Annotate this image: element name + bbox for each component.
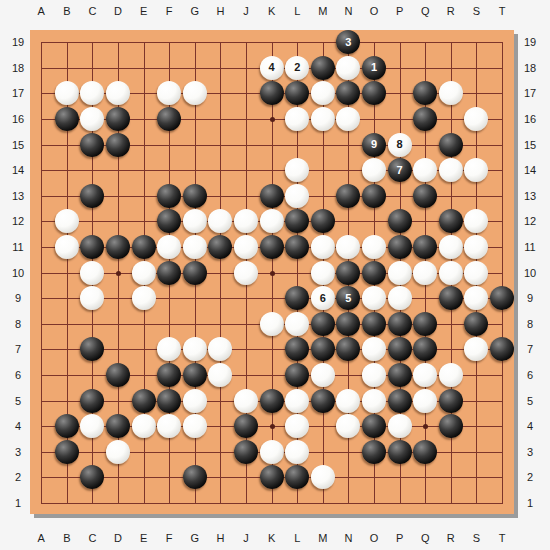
black-stone-K17 <box>260 81 284 105</box>
coordinate-left: 16 <box>7 112 29 126</box>
black-stone-O10 <box>362 261 386 285</box>
black-stone-R9 <box>439 286 463 310</box>
white-stone-K12 <box>260 209 284 233</box>
black-stone-P14: 7 <box>388 158 412 182</box>
white-stone-R11 <box>439 235 463 259</box>
black-stone-C15 <box>80 133 104 157</box>
coordinate-bottom: E <box>133 531 155 545</box>
black-stone-F13 <box>157 184 181 208</box>
white-stone-C10 <box>80 261 104 285</box>
coordinate-right: 17 <box>519 86 541 100</box>
black-stone-C5 <box>80 389 104 413</box>
white-stone-P9 <box>388 286 412 310</box>
black-stone-R5 <box>439 389 463 413</box>
black-stone-D4 <box>106 414 130 438</box>
white-stone-M9: 6 <box>311 286 335 310</box>
coordinate-left: 7 <box>7 342 29 356</box>
coordinate-left: 17 <box>7 86 29 100</box>
black-stone-L6 <box>285 363 309 387</box>
white-stone-F11 <box>157 235 181 259</box>
white-stone-L5 <box>285 389 309 413</box>
coordinate-bottom: A <box>30 531 52 545</box>
black-stone-L11 <box>285 235 309 259</box>
grid-line-horizontal <box>41 298 503 299</box>
coordinate-top: G <box>184 4 206 18</box>
coordinate-right: 4 <box>519 419 541 433</box>
black-stone-D16 <box>106 107 130 131</box>
coordinate-right: 8 <box>519 317 541 331</box>
white-stone-M11 <box>311 235 335 259</box>
coordinate-bottom: F <box>158 531 180 545</box>
coordinate-right: 9 <box>519 291 541 305</box>
black-stone-J3 <box>234 440 258 464</box>
coordinate-left: 8 <box>7 317 29 331</box>
coordinate-right: 19 <box>519 35 541 49</box>
white-stone-N5 <box>336 389 360 413</box>
white-stone-K3 <box>260 440 284 464</box>
coordinate-right: 18 <box>519 61 541 75</box>
white-stone-P4 <box>388 414 412 438</box>
black-stone-F6 <box>157 363 181 387</box>
black-stone-F10 <box>157 261 181 285</box>
coordinate-left: 6 <box>7 368 29 382</box>
white-stone-L18: 2 <box>285 56 309 80</box>
white-stone-P15: 8 <box>388 133 412 157</box>
coordinate-left: 3 <box>7 445 29 459</box>
coordinate-left: 13 <box>7 189 29 203</box>
black-stone-J4 <box>234 414 258 438</box>
coordinate-right: 7 <box>519 342 541 356</box>
coordinate-bottom: H <box>209 531 231 545</box>
coordinate-left: 4 <box>7 419 29 433</box>
black-stone-G10 <box>183 261 207 285</box>
white-stone-E9 <box>132 286 156 310</box>
black-stone-O3 <box>362 440 386 464</box>
star-point <box>270 271 275 276</box>
white-stone-L8 <box>285 312 309 336</box>
white-stone-L3 <box>285 440 309 464</box>
coordinate-top: S <box>465 4 487 18</box>
black-stone-O15: 9 <box>362 133 386 157</box>
white-stone-M16 <box>311 107 335 131</box>
black-stone-F16 <box>157 107 181 131</box>
white-stone-M6 <box>311 363 335 387</box>
black-stone-M8 <box>311 312 335 336</box>
coordinate-top: A <box>30 4 52 18</box>
coordinate-top: F <box>158 4 180 18</box>
coordinate-top: K <box>261 4 283 18</box>
coordinate-right: 5 <box>519 394 541 408</box>
coordinate-bottom: G <box>184 531 206 545</box>
coordinate-right: 16 <box>519 112 541 126</box>
coordinate-top: E <box>133 4 155 18</box>
move-number: 2 <box>294 62 300 73</box>
white-stone-O11 <box>362 235 386 259</box>
coordinate-bottom: J <box>235 531 257 545</box>
move-number: 3 <box>345 37 351 48</box>
black-stone-P5 <box>388 389 412 413</box>
coordinate-bottom: L <box>286 531 308 545</box>
move-number: 1 <box>371 62 377 73</box>
coordinate-top: P <box>389 4 411 18</box>
coordinate-left: 12 <box>7 214 29 228</box>
black-stone-P3 <box>388 440 412 464</box>
go-diagram: AA1919BB1818CC1717DD1616EE1515FF1414GG13… <box>0 0 550 550</box>
white-stone-O5 <box>362 389 386 413</box>
white-stone-K8 <box>260 312 284 336</box>
black-stone-Q3 <box>413 440 437 464</box>
white-stone-L13 <box>285 184 309 208</box>
coordinate-top: R <box>440 4 462 18</box>
coordinate-left: 5 <box>7 394 29 408</box>
coordinate-top: H <box>209 4 231 18</box>
coordinate-right: 15 <box>519 138 541 152</box>
coordinate-bottom: S <box>465 531 487 545</box>
coordinate-top: M <box>312 4 334 18</box>
coordinate-left: 15 <box>7 138 29 152</box>
coordinate-right: 10 <box>519 266 541 280</box>
white-stone-G5 <box>183 389 207 413</box>
grid-line-horizontal <box>41 503 503 504</box>
coordinate-left: 2 <box>7 470 29 484</box>
coordinate-right: 12 <box>519 214 541 228</box>
black-stone-P11 <box>388 235 412 259</box>
black-stone-E5 <box>132 389 156 413</box>
coordinate-left: 18 <box>7 61 29 75</box>
coordinate-left: 1 <box>7 496 29 510</box>
coordinate-top: D <box>107 4 129 18</box>
white-stone-L16 <box>285 107 309 131</box>
move-number: 8 <box>397 139 403 150</box>
black-stone-R15 <box>439 133 463 157</box>
move-number: 5 <box>345 293 351 304</box>
move-number: 7 <box>397 165 403 176</box>
black-stone-B4 <box>55 414 79 438</box>
black-stone-K5 <box>260 389 284 413</box>
coordinate-bottom: D <box>107 531 129 545</box>
black-stone-Q16 <box>413 107 437 131</box>
black-stone-P7 <box>388 337 412 361</box>
black-stone-D11 <box>106 235 130 259</box>
coordinate-top: J <box>235 4 257 18</box>
black-stone-P8 <box>388 312 412 336</box>
white-stone-D3 <box>106 440 130 464</box>
black-stone-Q8 <box>413 312 437 336</box>
black-stone-E11 <box>132 235 156 259</box>
white-stone-O6 <box>362 363 386 387</box>
coordinate-bottom: K <box>261 531 283 545</box>
white-stone-P10 <box>388 261 412 285</box>
white-stone-J10 <box>234 261 258 285</box>
black-stone-O4 <box>362 414 386 438</box>
star-point <box>423 424 428 429</box>
coordinate-right: 6 <box>519 368 541 382</box>
white-stone-J11 <box>234 235 258 259</box>
coordinate-right: 2 <box>519 470 541 484</box>
coordinate-right: 1 <box>519 496 541 510</box>
coordinate-top: T <box>491 4 513 18</box>
black-stone-P12 <box>388 209 412 233</box>
black-stone-G6 <box>183 363 207 387</box>
move-number: 9 <box>371 139 377 150</box>
coordinate-top: C <box>81 4 103 18</box>
black-stone-B3 <box>55 440 79 464</box>
coordinate-bottom: B <box>56 531 78 545</box>
white-stone-Q5 <box>413 389 437 413</box>
coordinate-bottom: N <box>337 531 359 545</box>
black-stone-D15 <box>106 133 130 157</box>
coordinate-right: 3 <box>519 445 541 459</box>
coordinate-right: 13 <box>519 189 541 203</box>
black-stone-O8 <box>362 312 386 336</box>
white-stone-E10 <box>132 261 156 285</box>
coordinate-left: 14 <box>7 163 29 177</box>
black-stone-Q11 <box>413 235 437 259</box>
white-stone-E4 <box>132 414 156 438</box>
black-stone-Q13 <box>413 184 437 208</box>
black-stone-N10 <box>336 261 360 285</box>
coordinate-right: 11 <box>519 240 541 254</box>
white-stone-S10 <box>464 261 488 285</box>
black-stone-M18 <box>311 56 335 80</box>
coordinate-left: 9 <box>7 291 29 305</box>
grid-line-vertical <box>502 42 503 504</box>
black-stone-K2 <box>260 465 284 489</box>
white-stone-R14 <box>439 158 463 182</box>
move-number: 4 <box>269 62 275 73</box>
coordinate-left: 10 <box>7 266 29 280</box>
white-stone-K18: 4 <box>260 56 284 80</box>
white-stone-R10 <box>439 261 463 285</box>
coordinate-left: 11 <box>7 240 29 254</box>
coordinate-top: Q <box>414 4 436 18</box>
white-stone-M10 <box>311 261 335 285</box>
coordinate-top: B <box>56 4 78 18</box>
coordinate-bottom: T <box>491 531 513 545</box>
star-point <box>116 271 121 276</box>
white-stone-J5 <box>234 389 258 413</box>
coordinate-top: L <box>286 4 308 18</box>
black-stone-O13 <box>362 184 386 208</box>
white-stone-O14 <box>362 158 386 182</box>
coordinate-left: 19 <box>7 35 29 49</box>
coordinate-bottom: Q <box>414 531 436 545</box>
star-point <box>270 424 275 429</box>
black-stone-P6 <box>388 363 412 387</box>
black-stone-G13 <box>183 184 207 208</box>
coordinate-right: 14 <box>519 163 541 177</box>
coordinate-top: N <box>337 4 359 18</box>
black-stone-R4 <box>439 414 463 438</box>
black-stone-D6 <box>106 363 130 387</box>
black-stone-F5 <box>157 389 181 413</box>
white-stone-B11 <box>55 235 79 259</box>
black-stone-M5 <box>311 389 335 413</box>
coordinate-bottom: P <box>389 531 411 545</box>
white-stone-Q10 <box>413 261 437 285</box>
star-point <box>270 117 275 122</box>
coordinate-bottom: O <box>363 531 385 545</box>
coordinate-bottom: R <box>440 531 462 545</box>
coordinate-bottom: C <box>81 531 103 545</box>
white-stone-G11 <box>183 235 207 259</box>
black-stone-K13 <box>260 184 284 208</box>
white-stone-Q6 <box>413 363 437 387</box>
black-stone-B16 <box>55 107 79 131</box>
white-stone-G4 <box>183 414 207 438</box>
coordinate-bottom: M <box>312 531 334 545</box>
black-stone-K11 <box>260 235 284 259</box>
coordinate-top: O <box>363 4 385 18</box>
move-number: 6 <box>320 293 326 304</box>
black-stone-O18: 1 <box>362 56 386 80</box>
white-stone-R6 <box>439 363 463 387</box>
white-stone-O9 <box>362 286 386 310</box>
black-stone-T9 <box>490 286 514 310</box>
